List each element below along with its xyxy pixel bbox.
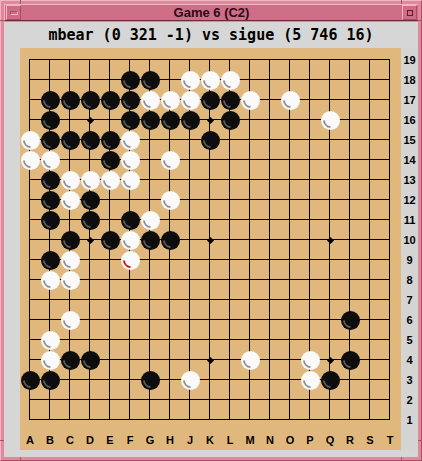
white-stone <box>61 311 80 330</box>
white-stone <box>121 171 140 190</box>
black-stone <box>81 211 100 230</box>
white-stone <box>61 191 80 210</box>
content-area: mbear (0 321 -1) vs sigue (5 746 16) ABC… <box>4 22 418 457</box>
star-point <box>86 236 93 243</box>
white-stone <box>201 71 220 90</box>
frame-notch <box>20 457 21 461</box>
star-point <box>206 116 213 123</box>
white-stone <box>161 191 180 210</box>
minimize-icon <box>10 11 18 15</box>
column-label: F <box>120 434 140 446</box>
white-stone <box>141 91 160 110</box>
frame-notch <box>418 440 422 441</box>
column-label: H <box>160 434 180 446</box>
black-stone <box>61 131 80 150</box>
row-labels: 19181716151413121110987654321 <box>401 48 418 450</box>
black-stone <box>41 371 60 390</box>
column-label: K <box>200 434 220 446</box>
frame-notch <box>418 20 422 21</box>
white-stone <box>181 71 200 90</box>
star-point <box>326 236 333 243</box>
black-stone <box>141 231 160 250</box>
black-stone <box>101 151 120 170</box>
black-stone <box>321 371 340 390</box>
column-label: P <box>300 434 320 446</box>
black-stone <box>201 91 220 110</box>
black-stone <box>81 351 100 370</box>
maximize-button[interactable] <box>402 5 417 20</box>
white-stone <box>301 351 320 370</box>
white-stone <box>161 151 180 170</box>
row-label: 12 <box>401 190 418 210</box>
white-stone <box>141 211 160 230</box>
black-stone <box>61 351 80 370</box>
black-stone <box>161 231 180 250</box>
black-stone <box>61 231 80 250</box>
board-panel: ABCDEFGHJKLMNOPQRST <box>20 48 401 450</box>
column-label: M <box>240 434 260 446</box>
black-stone <box>101 131 120 150</box>
column-labels: ABCDEFGHJKLMNOPQRST <box>20 430 400 450</box>
maximize-icon <box>407 10 413 16</box>
black-stone <box>341 351 360 370</box>
row-label: 4 <box>401 350 418 370</box>
black-stone <box>41 131 60 150</box>
white-stone <box>41 351 60 370</box>
white-stone <box>241 91 260 110</box>
column-label: A <box>20 434 40 446</box>
row-label: 15 <box>401 130 418 150</box>
white-stone <box>321 111 340 130</box>
row-label: 17 <box>401 90 418 110</box>
row-label: 9 <box>401 250 418 270</box>
white-stone <box>121 231 140 250</box>
row-label: 13 <box>401 170 418 190</box>
row-label: 18 <box>401 70 418 90</box>
frame-notch <box>401 457 402 461</box>
column-label: O <box>280 434 300 446</box>
white-stone <box>41 151 60 170</box>
white-stone <box>41 271 60 290</box>
black-stone <box>41 251 60 270</box>
white-stone <box>21 131 40 150</box>
white-stone <box>61 171 80 190</box>
row-label: 2 <box>401 390 418 410</box>
star-point <box>206 356 213 363</box>
black-stone <box>81 91 100 110</box>
white-stone <box>121 151 140 170</box>
row-label: 6 <box>401 310 418 330</box>
black-stone <box>101 91 120 110</box>
white-stone <box>121 131 140 150</box>
black-stone <box>141 111 160 130</box>
minimize-button[interactable] <box>6 5 21 20</box>
white-stone <box>181 371 200 390</box>
black-stone <box>141 371 160 390</box>
column-label: D <box>80 434 100 446</box>
column-label: J <box>180 434 200 446</box>
white-stone <box>241 351 260 370</box>
white-stone <box>161 91 180 110</box>
black-stone <box>41 211 60 230</box>
titlebar[interactable]: Game 6 (C2) <box>4 4 418 21</box>
white-stone <box>61 251 80 270</box>
black-stone <box>101 231 120 250</box>
black-stone <box>41 91 60 110</box>
column-label: T <box>380 434 400 446</box>
star-point <box>86 116 93 123</box>
black-stone <box>221 91 240 110</box>
row-label: 14 <box>401 150 418 170</box>
black-stone <box>141 71 160 90</box>
row-label: 1 <box>401 410 418 430</box>
black-stone <box>41 111 60 130</box>
star-point <box>206 236 213 243</box>
black-stone <box>61 91 80 110</box>
column-label: E <box>100 434 120 446</box>
white-stone <box>41 331 60 350</box>
column-label: N <box>260 434 280 446</box>
column-label: L <box>220 434 240 446</box>
board-zone: ABCDEFGHJKLMNOPQRST 19181716151413121110… <box>20 48 418 450</box>
row-label: 5 <box>401 330 418 350</box>
black-stone <box>121 71 140 90</box>
game-window: Game 6 (C2) mbear (0 321 -1) vs sigue (5… <box>0 0 422 461</box>
black-stone <box>201 131 220 150</box>
column-label: B <box>40 434 60 446</box>
black-stone <box>41 191 60 210</box>
black-stone <box>121 91 140 110</box>
players-header: mbear (0 321 -1) vs sigue (5 746 16) <box>4 22 418 48</box>
white-stone <box>301 371 320 390</box>
star-point <box>326 356 333 363</box>
white-stone <box>281 91 300 110</box>
column-label: S <box>360 434 380 446</box>
row-label: 16 <box>401 110 418 130</box>
black-stone <box>181 111 200 130</box>
row-label: 3 <box>401 370 418 390</box>
black-stone <box>121 111 140 130</box>
column-label: C <box>60 434 80 446</box>
white-stone <box>61 271 80 290</box>
column-label: Q <box>320 434 340 446</box>
black-stone <box>341 311 360 330</box>
black-stone <box>161 111 180 130</box>
white-stone <box>21 151 40 170</box>
black-stone <box>121 211 140 230</box>
column-label: G <box>140 434 160 446</box>
row-label: 7 <box>401 290 418 310</box>
row-label: 8 <box>401 270 418 290</box>
black-stone <box>41 171 60 190</box>
row-label: 19 <box>401 50 418 70</box>
black-stone <box>221 111 240 130</box>
white-stone <box>101 171 120 190</box>
white-stone <box>221 71 240 90</box>
black-stone <box>81 191 100 210</box>
black-stone <box>21 371 40 390</box>
white-stone <box>81 171 100 190</box>
window-title: Game 6 (C2) <box>22 5 401 20</box>
white-stone <box>121 251 140 270</box>
row-label: 10 <box>401 230 418 250</box>
black-stone <box>81 131 100 150</box>
white-stone <box>181 91 200 110</box>
column-label: R <box>340 434 360 446</box>
row-label: 11 <box>401 210 418 230</box>
go-board[interactable] <box>20 50 400 430</box>
